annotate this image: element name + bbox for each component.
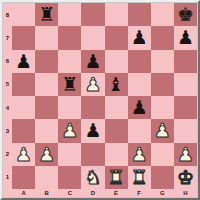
square-e3[interactable]	[105, 119, 128, 142]
square-f2[interactable]: ♟	[128, 143, 151, 166]
square-g6[interactable]	[151, 50, 174, 73]
square-a1[interactable]	[12, 166, 35, 189]
square-e7[interactable]	[105, 26, 128, 49]
square-h4[interactable]	[174, 96, 197, 119]
file-label-E: E	[114, 190, 118, 196]
file-label-D: D	[91, 190, 95, 196]
file-labels-row: ABCDEFGH	[12, 189, 197, 197]
white-knight: ♞	[81, 166, 104, 189]
square-d8[interactable]	[81, 3, 104, 26]
square-a6[interactable]: ♟	[12, 50, 35, 73]
rank-label-8: 8	[6, 12, 9, 18]
square-f3[interactable]	[128, 119, 151, 142]
square-a5[interactable]	[12, 73, 35, 96]
white-pawn: ♟	[128, 143, 151, 166]
black-pawn: ♟	[81, 50, 104, 73]
rank-label-6: 6	[6, 58, 9, 64]
corner-spacer	[3, 189, 12, 197]
square-c2[interactable]	[58, 143, 81, 166]
black-pawn: ♟	[174, 26, 197, 49]
square-b7[interactable]	[35, 26, 58, 49]
square-d2[interactable]	[81, 143, 104, 166]
white-king: ♚	[174, 166, 197, 189]
white-pawn: ♟	[12, 143, 35, 166]
file-label-G: G	[160, 190, 165, 196]
square-f5[interactable]	[128, 73, 151, 96]
rank-label-2: 2	[6, 151, 9, 157]
file-label-B: B	[45, 190, 49, 196]
square-f7[interactable]: ♟	[128, 26, 151, 49]
black-rook: ♜	[35, 3, 58, 26]
white-pawn: ♟	[35, 143, 58, 166]
square-c6[interactable]	[58, 50, 81, 73]
square-e4[interactable]	[105, 96, 128, 119]
square-c8[interactable]	[58, 3, 81, 26]
square-c3[interactable]: ♟	[58, 119, 81, 142]
black-pawn: ♟	[81, 119, 104, 142]
square-b5[interactable]	[35, 73, 58, 96]
square-b6[interactable]	[35, 50, 58, 73]
file-label-F: F	[137, 190, 141, 196]
white-pawn: ♟	[151, 119, 174, 142]
square-b4[interactable]	[35, 96, 58, 119]
square-g8[interactable]	[151, 3, 174, 26]
square-b1[interactable]	[35, 166, 58, 189]
square-d6[interactable]: ♟	[81, 50, 104, 73]
square-g1[interactable]	[151, 166, 174, 189]
white-pawn: ♟	[174, 143, 197, 166]
square-g5[interactable]	[151, 73, 174, 96]
square-h7[interactable]: ♟	[174, 26, 197, 49]
square-e2[interactable]	[105, 143, 128, 166]
square-g2[interactable]	[151, 143, 174, 166]
square-g3[interactable]: ♟	[151, 119, 174, 142]
square-g4[interactable]	[151, 96, 174, 119]
square-d4[interactable]	[81, 96, 104, 119]
black-king: ♚	[174, 3, 197, 26]
square-e8[interactable]	[105, 3, 128, 26]
black-bishop: ♝	[105, 73, 128, 96]
black-pawn: ♟	[128, 96, 151, 119]
square-c1[interactable]	[58, 166, 81, 189]
white-rook: ♜	[105, 166, 128, 189]
square-a2[interactable]: ♟	[12, 143, 35, 166]
square-g7[interactable]	[151, 26, 174, 49]
square-a4[interactable]	[12, 96, 35, 119]
square-b3[interactable]	[35, 119, 58, 142]
square-c7[interactable]	[58, 26, 81, 49]
rank-label-4: 4	[6, 105, 9, 111]
square-f6[interactable]	[128, 50, 151, 73]
square-d5[interactable]: ♟	[81, 73, 104, 96]
square-b8[interactable]: ♜	[35, 3, 58, 26]
square-h8[interactable]: ♚	[174, 3, 197, 26]
chess-board: ♜♚♟♟♟♟♜♟♝♟♟♟♟♟♟♟♟♞♜♜♚	[12, 3, 197, 189]
square-h2[interactable]: ♟	[174, 143, 197, 166]
file-label-A: A	[21, 190, 25, 196]
square-f4[interactable]: ♟	[128, 96, 151, 119]
white-pawn: ♟	[58, 119, 81, 142]
square-d1[interactable]: ♞	[81, 166, 104, 189]
chess-board-frame: 87654321 ♜♚♟♟♟♟♜♟♝♟♟♟♟♟♟♟♟♞♜♜♚ ABCDEFGH	[0, 0, 200, 200]
black-pawn: ♟	[128, 26, 151, 49]
square-f1[interactable]: ♜	[128, 166, 151, 189]
square-h1[interactable]: ♚	[174, 166, 197, 189]
square-a3[interactable]	[12, 119, 35, 142]
square-e1[interactable]: ♜	[105, 166, 128, 189]
square-a7[interactable]	[12, 26, 35, 49]
square-b2[interactable]: ♟	[35, 143, 58, 166]
rank-labels-column: 87654321	[3, 3, 12, 189]
square-e5[interactable]: ♝	[105, 73, 128, 96]
square-e6[interactable]	[105, 50, 128, 73]
square-c4[interactable]	[58, 96, 81, 119]
black-pawn: ♟	[12, 50, 35, 73]
white-pawn: ♟	[81, 73, 104, 96]
square-h5[interactable]	[174, 73, 197, 96]
square-h6[interactable]	[174, 50, 197, 73]
file-label-C: C	[68, 190, 72, 196]
rank-label-5: 5	[6, 81, 9, 87]
square-c5[interactable]: ♜	[58, 73, 81, 96]
rank-label-7: 7	[6, 35, 9, 41]
square-d7[interactable]	[81, 26, 104, 49]
white-rook: ♜	[128, 166, 151, 189]
square-d3[interactable]: ♟	[81, 119, 104, 142]
file-label-H: H	[183, 190, 187, 196]
black-rook: ♜	[58, 73, 81, 96]
square-f8[interactable]	[128, 3, 151, 26]
square-h3[interactable]	[174, 119, 197, 142]
chess-board-area: 87654321 ♜♚♟♟♟♟♜♟♝♟♟♟♟♟♟♟♟♞♜♜♚ ABCDEFGH	[3, 3, 197, 197]
rank-label-1: 1	[6, 174, 9, 180]
square-a8[interactable]	[12, 3, 35, 26]
rank-label-3: 3	[6, 128, 9, 134]
